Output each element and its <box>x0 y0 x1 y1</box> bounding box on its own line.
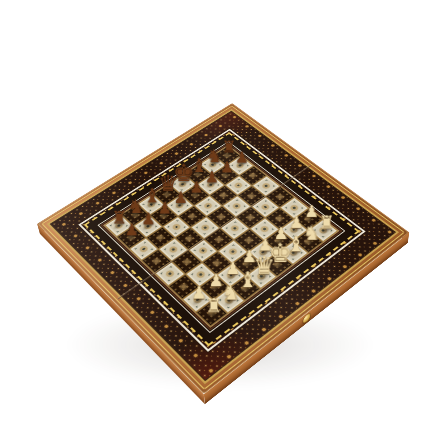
piece-black-pawn-a7[interactable]: ♟ <box>111 222 151 238</box>
piece-white-rook-a1[interactable]: ♜ <box>191 296 235 316</box>
scene: ♜♞♝♛♚♝♞♜♟♟♟♟♟♟♟♟♟♟♟♟♟♟♟♟♜♞♝♛♚♝♞♜ <box>0 0 440 440</box>
